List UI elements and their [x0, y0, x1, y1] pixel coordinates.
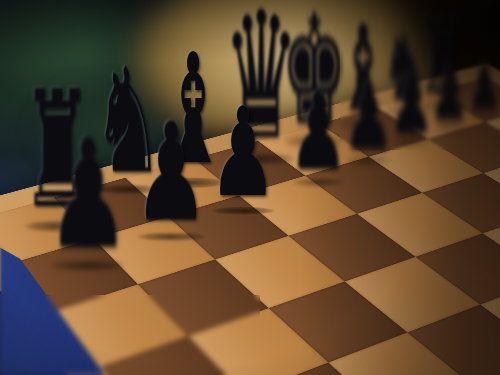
- black-pawn-h7[interactable]: ♟: [466, 55, 500, 118]
- chess-photo-scene: ♜♞♝♛♚♝♞♜♟♟♟♟♟♟♟♟: [0, 0, 500, 375]
- black-pawn-a7[interactable]: ♟: [46, 119, 129, 269]
- black-pawn-d7[interactable]: ♟: [289, 79, 348, 185]
- black-pawn-g7[interactable]: ♟: [429, 59, 468, 130]
- black-pawn-c7[interactable]: ♟: [209, 91, 277, 214]
- black-pawn-f7[interactable]: ♟: [388, 64, 433, 145]
- black-pawn-e7[interactable]: ♟: [342, 71, 393, 163]
- black-pawn-b7[interactable]: ♟: [133, 105, 208, 240]
- pieces-layer: ♜♞♝♛♚♝♞♜♟♟♟♟♟♟♟♟: [0, 0, 500, 375]
